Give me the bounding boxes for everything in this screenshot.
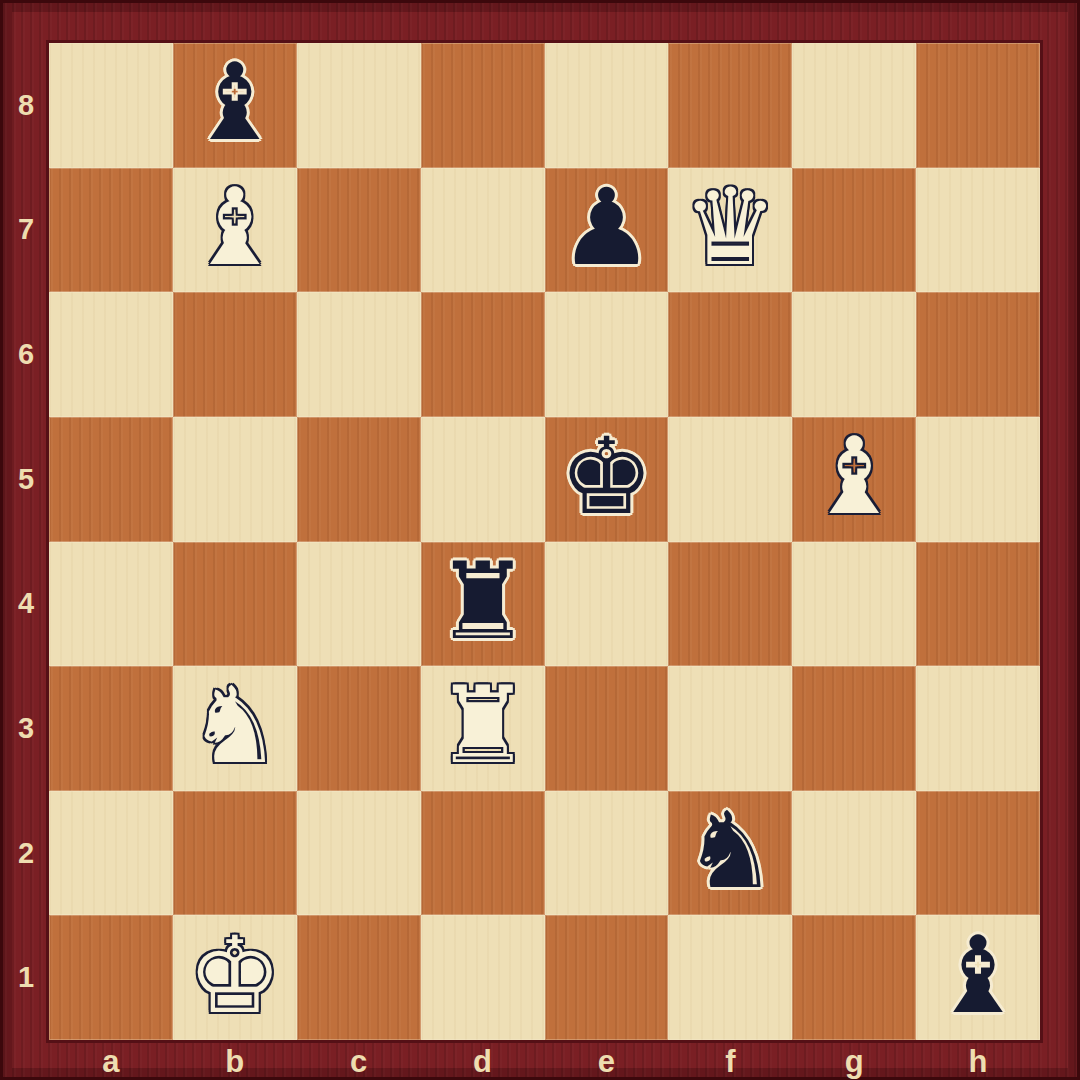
square-d8[interactable] (421, 43, 545, 168)
square-b5[interactable] (173, 417, 297, 542)
black-bishop-b8[interactable]: ♝ (187, 50, 282, 156)
square-f3[interactable] (668, 666, 792, 791)
file-label-f: f (668, 1040, 792, 1080)
square-b4[interactable] (173, 542, 297, 667)
square-b3[interactable]: ♞ (173, 666, 297, 791)
square-b2[interactable] (173, 791, 297, 916)
square-f1[interactable] (668, 915, 792, 1040)
square-d3[interactable]: ♜ (421, 666, 545, 791)
file-label-a: a (49, 1040, 173, 1080)
square-e6[interactable] (545, 292, 669, 417)
square-f4[interactable] (668, 542, 792, 667)
square-a7[interactable] (49, 168, 173, 293)
square-g1[interactable] (792, 915, 916, 1040)
white-rook-d3[interactable]: ♜ (435, 673, 530, 779)
rank-label-8: 8 (3, 43, 49, 168)
square-c7[interactable] (297, 168, 421, 293)
square-h1[interactable]: ♝ (916, 915, 1040, 1040)
square-g8[interactable] (792, 43, 916, 168)
square-d6[interactable] (421, 292, 545, 417)
square-d5[interactable] (421, 417, 545, 542)
rank-label-3: 3 (3, 666, 49, 791)
file-label-c: c (297, 1040, 421, 1080)
square-f7[interactable]: ♛ (668, 168, 792, 293)
square-c2[interactable] (297, 791, 421, 916)
black-rook-d4[interactable]: ♜ (435, 549, 530, 655)
square-g4[interactable] (792, 542, 916, 667)
square-b8[interactable]: ♝ (173, 43, 297, 168)
square-e1[interactable] (545, 915, 669, 1040)
square-d2[interactable] (421, 791, 545, 916)
file-label-e: e (545, 1040, 669, 1080)
square-a2[interactable] (49, 791, 173, 916)
file-label-b: b (173, 1040, 297, 1080)
file-label-h: h (916, 1040, 1040, 1080)
square-a8[interactable] (49, 43, 173, 168)
file-label-g: g (792, 1040, 916, 1080)
square-f6[interactable] (668, 292, 792, 417)
file-labels: abcdefgh (49, 1040, 1040, 1080)
square-c8[interactable] (297, 43, 421, 168)
rank-label-7: 7 (3, 168, 49, 293)
square-a1[interactable] (49, 915, 173, 1040)
square-b1[interactable]: ♚ (173, 915, 297, 1040)
square-h8[interactable] (916, 43, 1040, 168)
square-f5[interactable] (668, 417, 792, 542)
white-bishop-b7[interactable]: ♝ (187, 175, 282, 281)
rank-label-5: 5 (3, 417, 49, 542)
square-g6[interactable] (792, 292, 916, 417)
square-g7[interactable] (792, 168, 916, 293)
square-d1[interactable] (421, 915, 545, 1040)
square-e5[interactable]: ♚ (545, 417, 669, 542)
chess-board: ♝♝♟♛♚♝♜♞♜♞♚♝ (49, 43, 1040, 1040)
black-bishop-h1[interactable]: ♝ (931, 923, 1026, 1029)
chess-app: 87654321 abcdefgh ♝♝♟♛♚♝♜♞♜♞♚♝ (0, 0, 1080, 1080)
white-king-b1[interactable]: ♚ (187, 923, 282, 1029)
square-b6[interactable] (173, 292, 297, 417)
square-d4[interactable]: ♜ (421, 542, 545, 667)
square-a5[interactable] (49, 417, 173, 542)
white-queen-f7[interactable]: ♛ (683, 175, 778, 281)
square-g3[interactable] (792, 666, 916, 791)
black-knight-f2[interactable]: ♞ (683, 798, 778, 904)
square-a4[interactable] (49, 542, 173, 667)
black-king-e5[interactable]: ♚ (559, 424, 654, 530)
square-g5[interactable]: ♝ (792, 417, 916, 542)
square-e4[interactable] (545, 542, 669, 667)
rank-labels: 87654321 (3, 43, 49, 1040)
square-h2[interactable] (916, 791, 1040, 916)
square-h5[interactable] (916, 417, 1040, 542)
square-h6[interactable] (916, 292, 1040, 417)
white-bishop-g5[interactable]: ♝ (807, 424, 902, 530)
square-d7[interactable] (421, 168, 545, 293)
square-c3[interactable] (297, 666, 421, 791)
square-a3[interactable] (49, 666, 173, 791)
rank-label-4: 4 (3, 542, 49, 667)
square-e7[interactable]: ♟ (545, 168, 669, 293)
board-frame: 87654321 abcdefgh ♝♝♟♛♚♝♜♞♜♞♚♝ (0, 0, 1080, 1080)
square-c5[interactable] (297, 417, 421, 542)
rank-label-6: 6 (3, 292, 49, 417)
square-a6[interactable] (49, 292, 173, 417)
file-label-d: d (421, 1040, 545, 1080)
square-c6[interactable] (297, 292, 421, 417)
square-f8[interactable] (668, 43, 792, 168)
square-g2[interactable] (792, 791, 916, 916)
square-e2[interactable] (545, 791, 669, 916)
rank-label-1: 1 (3, 915, 49, 1040)
square-b7[interactable]: ♝ (173, 168, 297, 293)
square-h7[interactable] (916, 168, 1040, 293)
rank-label-2: 2 (3, 791, 49, 916)
square-c1[interactable] (297, 915, 421, 1040)
square-e8[interactable] (545, 43, 669, 168)
square-c4[interactable] (297, 542, 421, 667)
black-pawn-e7[interactable]: ♟ (559, 175, 654, 281)
square-h3[interactable] (916, 666, 1040, 791)
square-f2[interactable]: ♞ (668, 791, 792, 916)
square-e3[interactable] (545, 666, 669, 791)
white-knight-b3[interactable]: ♞ (187, 673, 282, 779)
square-h4[interactable] (916, 542, 1040, 667)
